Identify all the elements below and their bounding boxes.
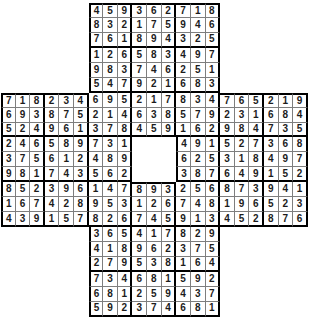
cell-r18c8[interactable]: 7 bbox=[103, 257, 118, 272]
cell-r17c8[interactable]: 1 bbox=[103, 242, 118, 257]
cell-r16c11[interactable]: 1 bbox=[147, 227, 162, 242]
cell-r18c10[interactable]: 5 bbox=[132, 257, 147, 272]
cell-r11c14[interactable]: 2 bbox=[191, 152, 206, 167]
cell-r12c1[interactable]: 9 bbox=[1, 167, 16, 182]
cell-r5c8[interactable]: 8 bbox=[103, 63, 118, 78]
cell-r12c18[interactable]: 9 bbox=[249, 167, 264, 182]
cell-r1c10[interactable]: 3 bbox=[132, 3, 147, 18]
cell-r11c19[interactable]: 4 bbox=[264, 152, 279, 167]
cell-r13c20[interactable]: 4 bbox=[279, 182, 294, 197]
cell-r14c21[interactable]: 3 bbox=[293, 197, 308, 212]
cell-r5c15[interactable]: 1 bbox=[206, 63, 221, 78]
cell-r7c20[interactable]: 1 bbox=[279, 93, 294, 108]
cell-r7c5[interactable]: 3 bbox=[59, 93, 74, 108]
cell-r12c4[interactable]: 7 bbox=[45, 167, 60, 182]
cell-r2c8[interactable]: 3 bbox=[103, 18, 118, 33]
cell-r5c10[interactable]: 7 bbox=[132, 63, 147, 78]
cell-r6c7[interactable]: 5 bbox=[89, 78, 104, 93]
cell-r13c10[interactable]: 8 bbox=[132, 182, 147, 197]
cell-r20c10[interactable]: 2 bbox=[132, 287, 147, 302]
cell-r15c14[interactable]: 1 bbox=[191, 212, 206, 227]
cell-r14c19[interactable]: 5 bbox=[264, 197, 279, 212]
cell-r15c8[interactable]: 2 bbox=[103, 212, 118, 227]
cell-r4c10[interactable]: 5 bbox=[132, 48, 147, 63]
cell-r4c12[interactable]: 3 bbox=[162, 48, 177, 63]
cell-r8c16[interactable]: 2 bbox=[220, 108, 235, 123]
cell-r3c7[interactable]: 7 bbox=[89, 33, 104, 48]
cell-r14c13[interactable]: 7 bbox=[176, 197, 191, 212]
cell-r13c3[interactable]: 2 bbox=[30, 182, 45, 197]
cell-r6c12[interactable]: 1 bbox=[162, 78, 177, 93]
cell-r8c17[interactable]: 3 bbox=[235, 108, 250, 123]
cell-r16c8[interactable]: 6 bbox=[103, 227, 118, 242]
cell-r8c1[interactable]: 6 bbox=[1, 108, 16, 123]
cell-r21c13[interactable]: 6 bbox=[176, 302, 191, 317]
cell-r15c11[interactable]: 4 bbox=[147, 212, 162, 227]
cell-r10c13[interactable]: 4 bbox=[176, 137, 191, 152]
cell-r18c15[interactable]: 4 bbox=[206, 257, 221, 272]
cell-r3c12[interactable]: 4 bbox=[162, 33, 177, 48]
cell-r1c12[interactable]: 2 bbox=[162, 3, 177, 18]
cell-r6c9[interactable]: 7 bbox=[118, 78, 133, 93]
cell-r13c18[interactable]: 3 bbox=[249, 182, 264, 197]
cell-r11c21[interactable]: 7 bbox=[293, 152, 308, 167]
cell-r6c8[interactable]: 4 bbox=[103, 78, 118, 93]
cell-r7c10[interactable]: 2 bbox=[132, 93, 147, 108]
cell-r7c13[interactable]: 8 bbox=[176, 93, 191, 108]
cell-r6c11[interactable]: 2 bbox=[147, 78, 162, 93]
cell-r14c15[interactable]: 8 bbox=[206, 197, 221, 212]
cell-r8c12[interactable]: 8 bbox=[162, 108, 177, 123]
cell-r13c1[interactable]: 8 bbox=[1, 182, 16, 197]
cell-r3c9[interactable]: 1 bbox=[118, 33, 133, 48]
cell-r2c14[interactable]: 4 bbox=[191, 18, 206, 33]
cell-r18c13[interactable]: 1 bbox=[176, 257, 191, 272]
cell-r13c12[interactable]: 3 bbox=[162, 182, 177, 197]
cell-r15c13[interactable]: 9 bbox=[176, 212, 191, 227]
cell-r5c13[interactable]: 2 bbox=[176, 63, 191, 78]
cell-r13c4[interactable]: 3 bbox=[45, 182, 60, 197]
cell-r9c15[interactable]: 2 bbox=[206, 123, 221, 138]
cell-r14c18[interactable]: 6 bbox=[249, 197, 264, 212]
cell-r13c9[interactable]: 7 bbox=[118, 182, 133, 197]
cell-r9c17[interactable]: 8 bbox=[235, 123, 250, 138]
cell-r16c14[interactable]: 2 bbox=[191, 227, 206, 242]
cell-r4c11[interactable]: 8 bbox=[147, 48, 162, 63]
cell-r16c10[interactable]: 4 bbox=[132, 227, 147, 242]
cell-r9c16[interactable]: 9 bbox=[220, 123, 235, 138]
cell-r10c6[interactable]: 9 bbox=[74, 137, 89, 152]
cell-r2c12[interactable]: 5 bbox=[162, 18, 177, 33]
cell-r19c15[interactable]: 2 bbox=[206, 272, 221, 287]
cell-r21c12[interactable]: 4 bbox=[162, 302, 177, 317]
cell-r2c7[interactable]: 8 bbox=[89, 18, 104, 33]
cell-r10c8[interactable]: 3 bbox=[103, 137, 118, 152]
cell-r10c4[interactable]: 5 bbox=[45, 137, 60, 152]
cell-r10c17[interactable]: 2 bbox=[235, 137, 250, 152]
cell-r1c7[interactable]: 4 bbox=[89, 3, 104, 18]
cell-r13c2[interactable]: 5 bbox=[16, 182, 31, 197]
cell-r9c8[interactable]: 7 bbox=[103, 123, 118, 138]
cell-r9c7[interactable]: 3 bbox=[89, 123, 104, 138]
cell-r19c9[interactable]: 4 bbox=[118, 272, 133, 287]
cell-r21c9[interactable]: 2 bbox=[118, 302, 133, 317]
cell-r10c9[interactable]: 1 bbox=[118, 137, 133, 152]
cell-r12c8[interactable]: 6 bbox=[103, 167, 118, 182]
cell-r7c17[interactable]: 6 bbox=[235, 93, 250, 108]
cell-r20c8[interactable]: 8 bbox=[103, 287, 118, 302]
cell-r2c10[interactable]: 1 bbox=[132, 18, 147, 33]
cell-r16c12[interactable]: 7 bbox=[162, 227, 177, 242]
cell-r10c7[interactable]: 7 bbox=[89, 137, 104, 152]
cell-r8c19[interactable]: 6 bbox=[264, 108, 279, 123]
cell-r12c20[interactable]: 5 bbox=[279, 167, 294, 182]
cell-r12c3[interactable]: 1 bbox=[30, 167, 45, 182]
cell-r17c14[interactable]: 7 bbox=[191, 242, 206, 257]
cell-r8c18[interactable]: 1 bbox=[249, 108, 264, 123]
cell-r11c16[interactable]: 3 bbox=[220, 152, 235, 167]
cell-r11c17[interactable]: 1 bbox=[235, 152, 250, 167]
cell-r9c2[interactable]: 2 bbox=[16, 123, 31, 138]
cell-r12c13[interactable]: 3 bbox=[176, 167, 191, 182]
cell-r13c15[interactable]: 6 bbox=[206, 182, 221, 197]
cell-r6c10[interactable]: 9 bbox=[132, 78, 147, 93]
cell-r9c14[interactable]: 6 bbox=[191, 123, 206, 138]
cell-r13c14[interactable]: 5 bbox=[191, 182, 206, 197]
cell-r14c5[interactable]: 2 bbox=[59, 197, 74, 212]
cell-r20c9[interactable]: 1 bbox=[118, 287, 133, 302]
cell-r17c15[interactable]: 5 bbox=[206, 242, 221, 257]
cell-r5c14[interactable]: 5 bbox=[191, 63, 206, 78]
cell-r16c13[interactable]: 8 bbox=[176, 227, 191, 242]
cell-r11c5[interactable]: 1 bbox=[59, 152, 74, 167]
cell-r12c6[interactable]: 3 bbox=[74, 167, 89, 182]
cell-r15c20[interactable]: 7 bbox=[279, 212, 294, 227]
cell-r21c8[interactable]: 9 bbox=[103, 302, 118, 317]
cell-r15c16[interactable]: 4 bbox=[220, 212, 235, 227]
page: 4593627188321759467618943251265834979837… bbox=[0, 0, 309, 320]
cell-r9c10[interactable]: 4 bbox=[132, 123, 147, 138]
cell-r10c3[interactable]: 6 bbox=[30, 137, 45, 152]
cell-r7c14[interactable]: 3 bbox=[191, 93, 206, 108]
cell-r15c12[interactable]: 5 bbox=[162, 212, 177, 227]
cell-r7c9[interactable]: 5 bbox=[118, 93, 133, 108]
cell-r12c9[interactable]: 2 bbox=[118, 167, 133, 182]
cell-r19c10[interactable]: 6 bbox=[132, 272, 147, 287]
cell-r10c20[interactable]: 6 bbox=[279, 137, 294, 152]
cell-r5c12[interactable]: 6 bbox=[162, 63, 177, 78]
cell-r2c9[interactable]: 2 bbox=[118, 18, 133, 33]
cell-r3c13[interactable]: 3 bbox=[176, 33, 191, 48]
cell-r11c9[interactable]: 9 bbox=[118, 152, 133, 167]
cell-r1c14[interactable]: 1 bbox=[191, 3, 206, 18]
cell-r16c9[interactable]: 5 bbox=[118, 227, 133, 242]
cell-r18c14[interactable]: 6 bbox=[191, 257, 206, 272]
cell-r11c6[interactable]: 2 bbox=[74, 152, 89, 167]
cell-r13c13[interactable]: 2 bbox=[176, 182, 191, 197]
cell-r10c5[interactable]: 8 bbox=[59, 137, 74, 152]
cell-r7c15[interactable]: 4 bbox=[206, 93, 221, 108]
cell-r5c9[interactable]: 3 bbox=[118, 63, 133, 78]
cell-r11c13[interactable]: 6 bbox=[176, 152, 191, 167]
cell-r9c1[interactable]: 5 bbox=[1, 123, 16, 138]
cell-r8c11[interactable]: 3 bbox=[147, 108, 162, 123]
cell-r15c5[interactable]: 5 bbox=[59, 212, 74, 227]
sudoku-board: 4593627188321759467618943251265834979837… bbox=[1, 3, 308, 317]
cell-r6c15[interactable]: 3 bbox=[206, 78, 221, 93]
cell-r3c10[interactable]: 8 bbox=[132, 33, 147, 48]
cell-r13c19[interactable]: 9 bbox=[264, 182, 279, 197]
cell-r11c8[interactable]: 8 bbox=[103, 152, 118, 167]
cell-r13c11[interactable]: 9 bbox=[147, 182, 162, 197]
cell-r13c17[interactable]: 7 bbox=[235, 182, 250, 197]
cell-r9c5[interactable]: 6 bbox=[59, 123, 74, 138]
cell-r12c14[interactable]: 8 bbox=[191, 167, 206, 182]
cell-r15c6[interactable]: 7 bbox=[74, 212, 89, 227]
cell-r21c14[interactable]: 8 bbox=[191, 302, 206, 317]
cell-r15c18[interactable]: 2 bbox=[249, 212, 264, 227]
cell-r17c9[interactable]: 8 bbox=[118, 242, 133, 257]
cell-r10c16[interactable]: 5 bbox=[220, 137, 235, 152]
cell-r14c4[interactable]: 4 bbox=[45, 197, 60, 212]
cell-r4c15[interactable]: 7 bbox=[206, 48, 221, 63]
cell-r3c15[interactable]: 5 bbox=[206, 33, 221, 48]
cell-r13c16[interactable]: 8 bbox=[220, 182, 235, 197]
cell-r11c1[interactable]: 3 bbox=[1, 152, 16, 167]
cell-r8c5[interactable]: 7 bbox=[59, 108, 74, 123]
cell-r1c9[interactable]: 9 bbox=[118, 3, 133, 18]
cell-r14c20[interactable]: 2 bbox=[279, 197, 294, 212]
cell-r7c12[interactable]: 7 bbox=[162, 93, 177, 108]
cell-r11c7[interactable]: 4 bbox=[89, 152, 104, 167]
cell-r7c2[interactable]: 1 bbox=[16, 93, 31, 108]
cell-r12c7[interactable]: 5 bbox=[89, 167, 104, 182]
cell-r19c13[interactable]: 5 bbox=[176, 272, 191, 287]
cell-r20c7[interactable]: 6 bbox=[89, 287, 104, 302]
cell-r20c12[interactable]: 9 bbox=[162, 287, 177, 302]
cell-r7c16[interactable]: 7 bbox=[220, 93, 235, 108]
cell-r10c2[interactable]: 4 bbox=[16, 137, 31, 152]
cell-r14c10[interactable]: 1 bbox=[132, 197, 147, 212]
cell-r19c11[interactable]: 8 bbox=[147, 272, 162, 287]
cell-r15c15[interactable]: 3 bbox=[206, 212, 221, 227]
cell-r18c9[interactable]: 9 bbox=[118, 257, 133, 272]
cell-r17c11[interactable]: 6 bbox=[147, 242, 162, 257]
cell-r7c6[interactable]: 4 bbox=[74, 93, 89, 108]
cell-r8c14[interactable]: 7 bbox=[191, 108, 206, 123]
cell-r3c11[interactable]: 9 bbox=[147, 33, 162, 48]
cell-r11c15[interactable]: 5 bbox=[206, 152, 221, 167]
cell-r8c3[interactable]: 3 bbox=[30, 108, 45, 123]
cell-r14c16[interactable]: 1 bbox=[220, 197, 235, 212]
cell-r7c4[interactable]: 2 bbox=[45, 93, 60, 108]
cell-r7c1[interactable]: 7 bbox=[1, 93, 16, 108]
cell-r7c3[interactable]: 8 bbox=[30, 93, 45, 108]
cell-r4c14[interactable]: 9 bbox=[191, 48, 206, 63]
cell-r18c12[interactable]: 8 bbox=[162, 257, 177, 272]
cell-r17c7[interactable]: 4 bbox=[89, 242, 104, 257]
cell-r14c2[interactable]: 6 bbox=[16, 197, 31, 212]
cell-r14c12[interactable]: 6 bbox=[162, 197, 177, 212]
cell-r13c6[interactable]: 6 bbox=[74, 182, 89, 197]
cell-r4c13[interactable]: 4 bbox=[176, 48, 191, 63]
cell-r9c12[interactable]: 9 bbox=[162, 123, 177, 138]
cell-r9c21[interactable]: 5 bbox=[293, 123, 308, 138]
cell-r9c20[interactable]: 3 bbox=[279, 123, 294, 138]
cell-r1c15[interactable]: 8 bbox=[206, 3, 221, 18]
cell-r13c7[interactable]: 1 bbox=[89, 182, 104, 197]
cell-r15c2[interactable]: 3 bbox=[16, 212, 31, 227]
cell-r6c14[interactable]: 8 bbox=[191, 78, 206, 93]
cell-r4c7[interactable]: 1 bbox=[89, 48, 104, 63]
cell-r1c13[interactable]: 7 bbox=[176, 3, 191, 18]
cell-r10c1[interactable]: 2 bbox=[1, 137, 16, 152]
cell-r10c14[interactable]: 9 bbox=[191, 137, 206, 152]
cell-r16c7[interactable]: 3 bbox=[89, 227, 104, 242]
cell-r8c2[interactable]: 9 bbox=[16, 108, 31, 123]
cell-r9c3[interactable]: 4 bbox=[30, 123, 45, 138]
cell-r7c11[interactable]: 1 bbox=[147, 93, 162, 108]
cell-r10c15[interactable]: 1 bbox=[206, 137, 221, 152]
cell-r19c8[interactable]: 3 bbox=[103, 272, 118, 287]
cell-r14c9[interactable]: 3 bbox=[118, 197, 133, 212]
cell-r3c8[interactable]: 6 bbox=[103, 33, 118, 48]
cell-r8c9[interactable]: 4 bbox=[118, 108, 133, 123]
cell-r10c19[interactable]: 3 bbox=[264, 137, 279, 152]
cell-r10c18[interactable]: 7 bbox=[249, 137, 264, 152]
cell-r1c8[interactable]: 5 bbox=[103, 3, 118, 18]
cell-r15c4[interactable]: 1 bbox=[45, 212, 60, 227]
cell-r18c7[interactable]: 2 bbox=[89, 257, 104, 272]
cell-r7c19[interactable]: 2 bbox=[264, 93, 279, 108]
cell-r19c14[interactable]: 9 bbox=[191, 272, 206, 287]
cell-r7c7[interactable]: 6 bbox=[89, 93, 104, 108]
cell-r21c15[interactable]: 1 bbox=[206, 302, 221, 317]
cell-r8c8[interactable]: 1 bbox=[103, 108, 118, 123]
cell-r12c2[interactable]: 8 bbox=[16, 167, 31, 182]
cell-r11c20[interactable]: 9 bbox=[279, 152, 294, 167]
cell-r13c5[interactable]: 9 bbox=[59, 182, 74, 197]
cell-r18c11[interactable]: 3 bbox=[147, 257, 162, 272]
cell-r14c8[interactable]: 5 bbox=[103, 197, 118, 212]
cell-r17c10[interactable]: 9 bbox=[132, 242, 147, 257]
cell-r12c21[interactable]: 2 bbox=[293, 167, 308, 182]
cell-r12c15[interactable]: 7 bbox=[206, 167, 221, 182]
cell-r15c21[interactable]: 6 bbox=[293, 212, 308, 227]
cell-r7c8[interactable]: 9 bbox=[103, 93, 118, 108]
cell-r20c14[interactable]: 3 bbox=[191, 287, 206, 302]
cell-r5c7[interactable]: 9 bbox=[89, 63, 104, 78]
cell-r7c18[interactable]: 5 bbox=[249, 93, 264, 108]
cell-r8c7[interactable]: 2 bbox=[89, 108, 104, 123]
cell-r15c10[interactable]: 7 bbox=[132, 212, 147, 227]
cell-r1c11[interactable]: 6 bbox=[147, 3, 162, 18]
cell-r3c14[interactable]: 2 bbox=[191, 33, 206, 48]
cell-r11c4[interactable]: 6 bbox=[45, 152, 60, 167]
cell-r4c9[interactable]: 6 bbox=[118, 48, 133, 63]
cell-r8c15[interactable]: 9 bbox=[206, 108, 221, 123]
cell-r5c11[interactable]: 4 bbox=[147, 63, 162, 78]
cell-r13c8[interactable]: 4 bbox=[103, 182, 118, 197]
cell-r14c6[interactable]: 8 bbox=[74, 197, 89, 212]
cell-r14c17[interactable]: 9 bbox=[235, 197, 250, 212]
cell-r15c17[interactable]: 5 bbox=[235, 212, 250, 227]
cell-r12c16[interactable]: 6 bbox=[220, 167, 235, 182]
cell-r15c9[interactable]: 6 bbox=[118, 212, 133, 227]
cell-r9c11[interactable]: 5 bbox=[147, 123, 162, 138]
cell-r21c10[interactable]: 3 bbox=[132, 302, 147, 317]
cell-r8c21[interactable]: 4 bbox=[293, 108, 308, 123]
cell-r15c1[interactable]: 4 bbox=[1, 212, 16, 227]
cell-r14c3[interactable]: 7 bbox=[30, 197, 45, 212]
cell-r17c12[interactable]: 2 bbox=[162, 242, 177, 257]
cell-r20c11[interactable]: 5 bbox=[147, 287, 162, 302]
cell-r13c21[interactable]: 1 bbox=[293, 182, 308, 197]
cell-r11c18[interactable]: 8 bbox=[249, 152, 264, 167]
cell-r15c3[interactable]: 9 bbox=[30, 212, 45, 227]
cell-r8c13[interactable]: 5 bbox=[176, 108, 191, 123]
cell-r2c11[interactable]: 7 bbox=[147, 18, 162, 33]
cell-r21c11[interactable]: 7 bbox=[147, 302, 162, 317]
cell-r8c10[interactable]: 6 bbox=[132, 108, 147, 123]
cell-r11c2[interactable]: 7 bbox=[16, 152, 31, 167]
cell-r14c11[interactable]: 2 bbox=[147, 197, 162, 212]
cell-r15c19[interactable]: 8 bbox=[264, 212, 279, 227]
cell-r4c8[interactable]: 2 bbox=[103, 48, 118, 63]
cell-r16c15[interactable]: 9 bbox=[206, 227, 221, 242]
cell-r7c21[interactable]: 9 bbox=[293, 93, 308, 108]
cell-r2c13[interactable]: 9 bbox=[176, 18, 191, 33]
cell-r12c19[interactable]: 1 bbox=[264, 167, 279, 182]
cell-r10c21[interactable]: 8 bbox=[293, 137, 308, 152]
cell-r12c17[interactable]: 4 bbox=[235, 167, 250, 182]
cell-r15c7[interactable]: 8 bbox=[89, 212, 104, 227]
cell-r19c7[interactable]: 7 bbox=[89, 272, 104, 287]
cell-r12c5[interactable]: 4 bbox=[59, 167, 74, 182]
cell-r2c15[interactable]: 6 bbox=[206, 18, 221, 33]
cell-r20c13[interactable]: 4 bbox=[176, 287, 191, 302]
cell-r11c3[interactable]: 5 bbox=[30, 152, 45, 167]
cell-r9c13[interactable]: 1 bbox=[176, 123, 191, 138]
cell-r14c1[interactable]: 1 bbox=[1, 197, 16, 212]
cell-r6c13[interactable]: 6 bbox=[176, 78, 191, 93]
cell-r17c13[interactable]: 3 bbox=[176, 242, 191, 257]
cell-r14c14[interactable]: 4 bbox=[191, 197, 206, 212]
cell-r9c9[interactable]: 8 bbox=[118, 123, 133, 138]
cell-r9c19[interactable]: 7 bbox=[264, 123, 279, 138]
cell-r14c7[interactable]: 9 bbox=[89, 197, 104, 212]
cell-r8c6[interactable]: 5 bbox=[74, 108, 89, 123]
cell-r21c7[interactable]: 5 bbox=[89, 302, 104, 317]
cell-r20c15[interactable]: 7 bbox=[206, 287, 221, 302]
cell-r9c4[interactable]: 9 bbox=[45, 123, 60, 138]
cell-r8c4[interactable]: 8 bbox=[45, 108, 60, 123]
cell-r8c20[interactable]: 8 bbox=[279, 108, 294, 123]
cell-r19c12[interactable]: 1 bbox=[162, 272, 177, 287]
cell-r9c18[interactable]: 4 bbox=[249, 123, 264, 138]
cell-r9c6[interactable]: 1 bbox=[74, 123, 89, 138]
